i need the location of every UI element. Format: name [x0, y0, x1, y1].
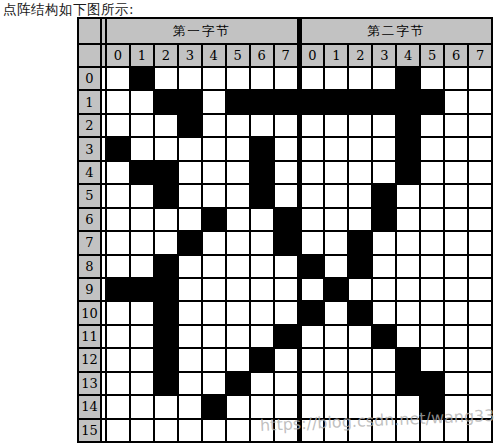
- row-label: 14: [79, 396, 100, 417]
- spacer-cell: [102, 115, 105, 136]
- matrix-cell: [155, 302, 177, 323]
- matrix-cell: [373, 68, 395, 89]
- matrix-cell: [251, 91, 273, 112]
- matrix-cell: [421, 373, 443, 394]
- matrix-cell: [349, 256, 371, 277]
- matrix-cell: [131, 279, 153, 300]
- matrix-cell: [275, 279, 297, 300]
- matrix-cell: [373, 138, 395, 159]
- matrix-cell: [275, 185, 297, 206]
- matrix-cell: [325, 373, 347, 394]
- matrix-cell: [179, 349, 201, 370]
- col-header-cell: 4: [203, 45, 225, 66]
- matrix-cell: [421, 279, 443, 300]
- matrix-cell: [302, 232, 324, 253]
- matrix-cell: [349, 326, 371, 347]
- matrix-cell: [397, 373, 419, 394]
- row-label: 0: [79, 68, 100, 89]
- byte-separator: [299, 115, 300, 136]
- matrix-cell: [421, 115, 443, 136]
- col-header-cell: 3: [179, 45, 201, 66]
- matrix-cell: [107, 68, 129, 89]
- spacer-cell: [102, 256, 105, 277]
- matrix-cell: [349, 91, 371, 112]
- matrix-cell: [421, 326, 443, 347]
- matrix-cell: [445, 115, 467, 136]
- matrix-cell: [179, 232, 201, 253]
- matrix-cell: [251, 209, 273, 230]
- matrix-cell: [131, 420, 153, 441]
- matrix-cell: [445, 279, 467, 300]
- matrix-cell: [421, 349, 443, 370]
- matrix-cell: [203, 256, 225, 277]
- matrix-cell: [251, 68, 273, 89]
- matrix-cell: [469, 279, 491, 300]
- matrix-cell: [155, 115, 177, 136]
- matrix-cell: [107, 185, 129, 206]
- matrix-cell: [397, 91, 419, 112]
- col-header-cell: 6: [445, 45, 467, 66]
- matrix-cell: [275, 232, 297, 253]
- matrix-cell: [325, 162, 347, 183]
- matrix-cell: [349, 162, 371, 183]
- matrix-cell: [445, 349, 467, 370]
- matrix-cell: [469, 232, 491, 253]
- matrix-cell: [203, 326, 225, 347]
- col-header-cell: 2: [349, 45, 371, 66]
- matrix-cell: [179, 185, 201, 206]
- matrix-cell: [203, 232, 225, 253]
- matrix-cell: [421, 91, 443, 112]
- spacer-cell: [102, 279, 105, 300]
- matrix-cell: [445, 232, 467, 253]
- matrix-cell: [227, 396, 249, 417]
- matrix-cell: [325, 68, 347, 89]
- matrix-cell: [155, 396, 177, 417]
- matrix-cell: [325, 115, 347, 136]
- matrix-cell: [421, 256, 443, 277]
- matrix-cell: [131, 349, 153, 370]
- matrix-cell: [469, 256, 491, 277]
- matrix-cell: [349, 209, 371, 230]
- matrix-cell: [469, 138, 491, 159]
- matrix-cell: [349, 349, 371, 370]
- matrix-cell: [275, 256, 297, 277]
- matrix-cell: [203, 279, 225, 300]
- matrix-cell: [131, 185, 153, 206]
- matrix-cell: [179, 396, 201, 417]
- matrix-cell: [469, 349, 491, 370]
- matrix-cell: [302, 302, 324, 323]
- matrix-cell: [203, 209, 225, 230]
- matrix-cell: [373, 302, 395, 323]
- byte-separator: [299, 373, 300, 394]
- row-label: 3: [79, 138, 100, 159]
- matrix-cell: [445, 185, 467, 206]
- matrix-cell: [251, 256, 273, 277]
- matrix-cell: [302, 349, 324, 370]
- spacer-cell: [102, 373, 105, 394]
- matrix-cell: [107, 420, 129, 441]
- matrix-cell: [203, 162, 225, 183]
- matrix-cell: [131, 209, 153, 230]
- col-header-cell: 7: [469, 45, 491, 66]
- matrix-cell: [227, 373, 249, 394]
- matrix-cell: [421, 209, 443, 230]
- corner-cell: [79, 19, 100, 43]
- matrix-cell: [373, 256, 395, 277]
- matrix-cell: [349, 373, 371, 394]
- spacer-cell: [102, 396, 105, 417]
- matrix-cell: [227, 279, 249, 300]
- matrix-cell: [179, 256, 201, 277]
- row-label: 11: [79, 326, 100, 347]
- byte-separator: [299, 68, 300, 89]
- matrix-cell: [349, 138, 371, 159]
- matrix-cell: [155, 420, 177, 441]
- matrix-cell: [155, 349, 177, 370]
- matrix-cell: [227, 162, 249, 183]
- matrix-cell: [349, 279, 371, 300]
- matrix-cell: [251, 185, 273, 206]
- matrix-cell: [179, 162, 201, 183]
- matrix-cell: [275, 326, 297, 347]
- matrix-cell: [275, 209, 297, 230]
- matrix-cell: [373, 91, 395, 112]
- matrix-cell: [302, 185, 324, 206]
- spacer-cell: [102, 420, 105, 441]
- byte-separator: [299, 45, 300, 66]
- matrix-cell: [469, 91, 491, 112]
- row-label: 8: [79, 256, 100, 277]
- matrix-cell: [179, 68, 201, 89]
- spacer-cell: [102, 68, 105, 89]
- matrix-cell: [349, 115, 371, 136]
- matrix-cell: [397, 349, 419, 370]
- matrix-cell: [275, 162, 297, 183]
- matrix-cell: [251, 302, 273, 323]
- matrix-cell: [155, 185, 177, 206]
- matrix-cell: [397, 232, 419, 253]
- matrix-cell: [349, 185, 371, 206]
- byte-separator: [299, 138, 300, 159]
- byte-separator: [299, 209, 300, 230]
- matrix-cell: [107, 138, 129, 159]
- matrix-cell: [251, 326, 273, 347]
- matrix-cell: [155, 68, 177, 89]
- col-header-cell: 4: [397, 45, 419, 66]
- matrix-cell: [251, 279, 273, 300]
- matrix-cell: [325, 91, 347, 112]
- matrix-cell: [445, 256, 467, 277]
- matrix-cell: [155, 138, 177, 159]
- matrix-cell: [203, 115, 225, 136]
- matrix-cell: [325, 232, 347, 253]
- matrix-cell: [302, 162, 324, 183]
- matrix-cell: [107, 91, 129, 112]
- spacer-cell: [102, 162, 105, 183]
- matrix-cell: [107, 396, 129, 417]
- byte-separator: [299, 19, 300, 43]
- matrix-cell: [469, 185, 491, 206]
- matrix-cell: [275, 302, 297, 323]
- row-label: 6: [79, 209, 100, 230]
- matrix-cell: [131, 68, 153, 89]
- matrix-cell: [227, 420, 249, 441]
- matrix-cell: [397, 256, 419, 277]
- matrix-cell: [131, 396, 153, 417]
- matrix-cell: [227, 302, 249, 323]
- matrix-cell: [325, 256, 347, 277]
- byte1-header: 第一字节: [107, 19, 297, 43]
- matrix-cell: [251, 396, 273, 417]
- spacer-cell: [102, 349, 105, 370]
- matrix-cell: [155, 256, 177, 277]
- matrix-cell: [131, 138, 153, 159]
- row-label: 9: [79, 279, 100, 300]
- matrix-cell: [445, 302, 467, 323]
- matrix-cell: [107, 162, 129, 183]
- col-header-cell: 2: [155, 45, 177, 66]
- matrix-cell: [275, 373, 297, 394]
- matrix-cell: [373, 162, 395, 183]
- matrix-cell: [107, 232, 129, 253]
- matrix-cell: [131, 91, 153, 112]
- matrix-cell: [203, 396, 225, 417]
- col-header-cell: 6: [251, 45, 273, 66]
- matrix-cell: [155, 91, 177, 112]
- matrix-cell: [445, 209, 467, 230]
- matrix-cell: [179, 326, 201, 347]
- matrix-cell: [397, 209, 419, 230]
- matrix-cell: [227, 115, 249, 136]
- matrix-cell: [107, 302, 129, 323]
- col-header-cell: 3: [373, 45, 395, 66]
- matrix-cell: [107, 115, 129, 136]
- matrix-cell: [251, 115, 273, 136]
- row-label: 10: [79, 302, 100, 323]
- matrix-cell: [227, 209, 249, 230]
- matrix-cell: [421, 68, 443, 89]
- matrix-cell: [397, 326, 419, 347]
- matrix-cell: [373, 349, 395, 370]
- matrix-cell: [397, 68, 419, 89]
- matrix-cell: [302, 138, 324, 159]
- matrix-cell: [397, 279, 419, 300]
- matrix-cell: [325, 349, 347, 370]
- matrix-cell: [445, 162, 467, 183]
- matrix-cell: [179, 138, 201, 159]
- matrix-cell: [155, 326, 177, 347]
- col-header-cell: 1: [325, 45, 347, 66]
- matrix-cell: [325, 302, 347, 323]
- matrix-cell: [302, 326, 324, 347]
- byte-separator: [299, 256, 300, 277]
- matrix-cell: [445, 373, 467, 394]
- spacer-cell: [102, 91, 105, 112]
- matrix-cell: [302, 256, 324, 277]
- dot-matrix-table: 第一字节第二字节01234567012345670123456789101112…: [77, 17, 493, 443]
- byte-separator: [299, 349, 300, 370]
- matrix-cell: [155, 279, 177, 300]
- matrix-cell: [373, 279, 395, 300]
- byte-separator: [299, 326, 300, 347]
- matrix-cell: [227, 91, 249, 112]
- matrix-cell: [203, 349, 225, 370]
- matrix-cell: [203, 91, 225, 112]
- matrix-cell: [325, 279, 347, 300]
- matrix-cell: [445, 326, 467, 347]
- col-header-cell: 7: [275, 45, 297, 66]
- col-header-cell: 1: [131, 45, 153, 66]
- byte-separator: [299, 162, 300, 183]
- matrix-cell: [325, 138, 347, 159]
- matrix-cell: [349, 68, 371, 89]
- matrix-cell: [373, 326, 395, 347]
- byte-separator: [299, 232, 300, 253]
- matrix-cell: [275, 349, 297, 370]
- matrix-cell: [275, 68, 297, 89]
- row-label: 2: [79, 115, 100, 136]
- matrix-cell: [469, 209, 491, 230]
- matrix-cell: [445, 91, 467, 112]
- matrix-cell: [179, 279, 201, 300]
- col-header-cell: 0: [107, 45, 129, 66]
- matrix-cell: [131, 302, 153, 323]
- byte-separator: [299, 185, 300, 206]
- spacer-cell: [102, 185, 105, 206]
- matrix-cell: [203, 420, 225, 441]
- matrix-cell: [227, 256, 249, 277]
- byte-separator: [299, 91, 300, 112]
- matrix-cell: [227, 138, 249, 159]
- matrix-cell: [251, 349, 273, 370]
- matrix-cell: [203, 373, 225, 394]
- matrix-cell: [179, 209, 201, 230]
- matrix-cell: [302, 91, 324, 112]
- col-header-cell: 5: [227, 45, 249, 66]
- matrix-cell: [373, 232, 395, 253]
- matrix-cell: [302, 373, 324, 394]
- matrix-cell: [325, 209, 347, 230]
- row-label: 13: [79, 373, 100, 394]
- matrix-cell: [251, 162, 273, 183]
- spacer-cell: [102, 302, 105, 323]
- matrix-cell: [131, 162, 153, 183]
- matrix-cell: [469, 162, 491, 183]
- matrix-cell: [469, 302, 491, 323]
- matrix-cell: [203, 302, 225, 323]
- row-label: 12: [79, 349, 100, 370]
- corner-cell: [79, 45, 100, 66]
- matrix-cell: [179, 373, 201, 394]
- matrix-cell: [203, 138, 225, 159]
- spacer-cell: [102, 138, 105, 159]
- matrix-cell: [227, 68, 249, 89]
- matrix-cell: [373, 185, 395, 206]
- matrix-cell: [275, 91, 297, 112]
- matrix-cell: [373, 115, 395, 136]
- spacer-cell: [102, 326, 105, 347]
- row-label: 1: [79, 91, 100, 112]
- matrix-cell: [155, 232, 177, 253]
- matrix-cell: [131, 256, 153, 277]
- matrix-cell: [421, 185, 443, 206]
- row-label: 7: [79, 232, 100, 253]
- matrix-cell: [302, 209, 324, 230]
- matrix-cell: [349, 232, 371, 253]
- byte2-header: 第二字节: [302, 19, 492, 43]
- matrix-cell: [131, 115, 153, 136]
- matrix-cell: [227, 185, 249, 206]
- matrix-cell: [155, 162, 177, 183]
- matrix-cell: [397, 138, 419, 159]
- col-header-cell: 5: [421, 45, 443, 66]
- matrix-cell: [445, 138, 467, 159]
- spacer-cell: [102, 19, 105, 43]
- matrix-cell: [131, 326, 153, 347]
- matrix-cell: [227, 232, 249, 253]
- matrix-cell: [107, 279, 129, 300]
- matrix-cell: [349, 302, 371, 323]
- matrix-cell: [421, 302, 443, 323]
- matrix-cell: [131, 373, 153, 394]
- matrix-cell: [107, 209, 129, 230]
- matrix-cell: [203, 185, 225, 206]
- matrix-cell: [373, 209, 395, 230]
- matrix-cell: [421, 162, 443, 183]
- matrix-cell: [203, 68, 225, 89]
- matrix-cell: [445, 68, 467, 89]
- matrix-cell: [421, 232, 443, 253]
- spacer-cell: [102, 232, 105, 253]
- matrix-cell: [107, 373, 129, 394]
- matrix-cell: [179, 91, 201, 112]
- matrix-cell: [302, 279, 324, 300]
- matrix-cell: [131, 232, 153, 253]
- matrix-cell: [107, 256, 129, 277]
- matrix-cell: [107, 349, 129, 370]
- matrix-cell: [373, 373, 395, 394]
- matrix-cell: [155, 373, 177, 394]
- matrix-cell: [302, 115, 324, 136]
- row-label: 15: [79, 420, 100, 441]
- matrix-cell: [179, 302, 201, 323]
- matrix-cell: [251, 138, 273, 159]
- col-header-cell: 0: [302, 45, 324, 66]
- spacer-cell: [102, 45, 105, 66]
- byte-separator: [299, 279, 300, 300]
- matrix-cell: [325, 326, 347, 347]
- matrix-cell: [275, 138, 297, 159]
- matrix-cell: [179, 115, 201, 136]
- matrix-cell: [179, 420, 201, 441]
- matrix-cell: [302, 68, 324, 89]
- matrix-cell: [469, 115, 491, 136]
- row-label: 4: [79, 162, 100, 183]
- matrix-cell: [397, 162, 419, 183]
- matrix-cell: [251, 373, 273, 394]
- matrix-cell: [275, 115, 297, 136]
- matrix-cell: [107, 326, 129, 347]
- matrix-cell: [325, 185, 347, 206]
- matrix-cell: [469, 68, 491, 89]
- matrix-cell: [227, 349, 249, 370]
- row-label: 5: [79, 185, 100, 206]
- spacer-cell: [102, 209, 105, 230]
- matrix-cell: [469, 373, 491, 394]
- byte-separator: [299, 302, 300, 323]
